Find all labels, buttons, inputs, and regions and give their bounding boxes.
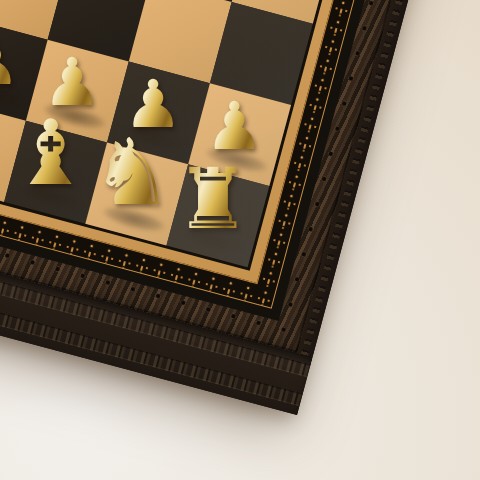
- photo-background: ♟♟♟♟♝♞♜: [0, 0, 480, 480]
- chess-case: ♟♟♟♟♝♞♜: [0, 0, 480, 415]
- brass-rook[interactable]: ♜: [175, 157, 250, 241]
- brass-pawn[interactable]: ♟: [0, 29, 20, 95]
- brass-bishop[interactable]: ♝: [10, 108, 91, 198]
- brass-knight[interactable]: ♞: [91, 127, 173, 219]
